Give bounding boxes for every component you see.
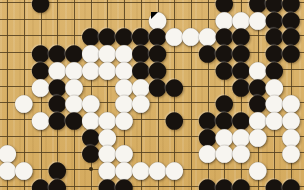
white-stone[interactable]: ● <box>166 27 182 43</box>
white-stone[interactable]: ● <box>16 94 32 110</box>
black-stone[interactable]: ● <box>166 111 182 127</box>
black-stone[interactable]: ● <box>49 178 65 190</box>
white-stone[interactable]: ● <box>166 161 182 177</box>
white-stone[interactable]: ● <box>183 27 199 43</box>
white-stone[interactable]: ● <box>283 144 299 160</box>
black-stone[interactable]: ● <box>216 61 232 77</box>
white-stone[interactable]: ● <box>233 144 249 160</box>
black-stone[interactable]: ● <box>233 78 249 94</box>
white-stone[interactable]: ● <box>116 111 132 127</box>
white-stone[interactable]: ● <box>99 61 115 77</box>
black-stone[interactable]: ● <box>66 111 82 127</box>
black-stone[interactable]: ● <box>283 44 299 60</box>
black-stone[interactable]: ● <box>99 178 115 190</box>
black-stone[interactable]: ● <box>116 178 132 190</box>
white-stone[interactable]: ● <box>16 161 32 177</box>
white-stone[interactable]: ● <box>216 144 232 160</box>
white-stone[interactable]: ● <box>250 128 266 144</box>
black-stone[interactable]: ● <box>283 178 299 190</box>
star-point-dot <box>89 167 93 171</box>
white-stone[interactable]: ● <box>133 94 149 110</box>
black-stone[interactable]: ● <box>216 178 232 190</box>
go-board[interactable]: ●●●●●●●●●●●●●●●●●●●●●●●●●●●●●●●●●●●●●●●●… <box>0 0 304 190</box>
black-stone[interactable]: ● <box>49 111 65 127</box>
black-stone[interactable]: ● <box>266 178 282 190</box>
black-stone[interactable]: ● <box>233 178 249 190</box>
grid-hline <box>0 152 304 153</box>
white-stone[interactable]: ● <box>266 111 282 127</box>
go-app-screenshot: ●●●●●●●●●●●●●●●●●●●●●●●●●●●●●●●●●●●●●●●●… <box>0 0 304 190</box>
black-stone[interactable]: ● <box>166 78 182 94</box>
black-stone[interactable]: ● <box>33 0 49 10</box>
last-move-triangle-marker <box>151 12 158 19</box>
